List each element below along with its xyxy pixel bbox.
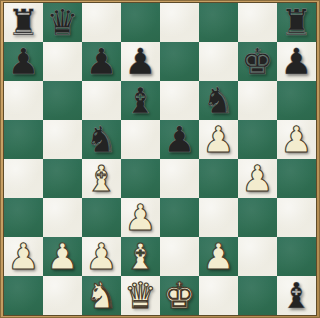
square-g4[interactable]: ♟ [238,159,277,198]
square-e4[interactable] [160,159,199,198]
piece-black-pawn: ♟ [85,42,117,81]
square-c3[interactable] [82,198,121,237]
piece-black-queen: ♛ [46,3,78,42]
square-d6[interactable]: ♝ [121,81,160,120]
square-f3[interactable] [199,198,238,237]
piece-black-bishop: ♝ [124,81,156,120]
square-b5[interactable] [43,120,82,159]
square-d4[interactable] [121,159,160,198]
chess-board: ♜♛♜♟♟♟♚♟♝♞♞♟♟♟♝♟♟♟♟♟♝♟♞♛♚♝ [4,3,316,315]
piece-black-rook: ♜ [280,3,312,42]
piece-black-pawn: ♟ [280,42,312,81]
square-c5[interactable]: ♞ [82,120,121,159]
square-a1[interactable] [4,276,43,315]
piece-black-pawn: ♟ [163,120,195,159]
square-b6[interactable] [43,81,82,120]
square-f1[interactable] [199,276,238,315]
square-d7[interactable]: ♟ [121,42,160,81]
square-f7[interactable] [199,42,238,81]
square-a8[interactable]: ♜ [4,3,43,42]
square-h3[interactable] [277,198,316,237]
square-g6[interactable] [238,81,277,120]
square-a7[interactable]: ♟ [4,42,43,81]
piece-white-pawn: ♟ [280,120,312,159]
piece-white-queen: ♛ [124,276,156,315]
square-g3[interactable] [238,198,277,237]
square-e3[interactable] [160,198,199,237]
square-c2[interactable]: ♟ [82,237,121,276]
piece-black-knight: ♞ [85,120,117,159]
piece-white-pawn: ♟ [46,237,78,276]
square-c4[interactable]: ♝ [82,159,121,198]
square-e7[interactable] [160,42,199,81]
square-c1[interactable]: ♞ [82,276,121,315]
piece-white-pawn: ♟ [202,237,234,276]
square-d8[interactable] [121,3,160,42]
square-d1[interactable]: ♛ [121,276,160,315]
square-b2[interactable]: ♟ [43,237,82,276]
square-g2[interactable] [238,237,277,276]
square-d5[interactable] [121,120,160,159]
square-e2[interactable] [160,237,199,276]
square-d3[interactable]: ♟ [121,198,160,237]
piece-black-pawn: ♟ [124,42,156,81]
square-b4[interactable] [43,159,82,198]
square-a3[interactable] [4,198,43,237]
square-b3[interactable] [43,198,82,237]
square-c7[interactable]: ♟ [82,42,121,81]
square-g7[interactable]: ♚ [238,42,277,81]
square-f2[interactable]: ♟ [199,237,238,276]
piece-white-pawn: ♟ [7,237,39,276]
piece-black-pawn: ♟ [7,42,39,81]
piece-white-pawn: ♟ [202,120,234,159]
square-f6[interactable]: ♞ [199,81,238,120]
square-f8[interactable] [199,3,238,42]
square-h1[interactable]: ♝ [277,276,316,315]
piece-black-knight: ♞ [202,81,234,120]
square-h5[interactable]: ♟ [277,120,316,159]
square-b1[interactable] [43,276,82,315]
square-c6[interactable] [82,81,121,120]
square-c8[interactable] [82,3,121,42]
square-a2[interactable]: ♟ [4,237,43,276]
square-a4[interactable] [4,159,43,198]
square-h2[interactable] [277,237,316,276]
square-h8[interactable]: ♜ [277,3,316,42]
square-h7[interactable]: ♟ [277,42,316,81]
square-e8[interactable] [160,3,199,42]
square-g5[interactable] [238,120,277,159]
piece-black-bishop: ♝ [280,276,312,315]
square-b8[interactable]: ♛ [43,3,82,42]
piece-black-rook: ♜ [7,3,39,42]
piece-white-king: ♚ [163,276,195,315]
square-h6[interactable] [277,81,316,120]
square-g8[interactable] [238,3,277,42]
square-a5[interactable] [4,120,43,159]
piece-white-pawn: ♟ [124,198,156,237]
piece-white-bishop: ♝ [124,237,156,276]
square-f5[interactable]: ♟ [199,120,238,159]
square-e6[interactable] [160,81,199,120]
square-g1[interactable] [238,276,277,315]
piece-black-king: ♚ [241,42,273,81]
piece-white-knight: ♞ [85,276,117,315]
square-b7[interactable] [43,42,82,81]
piece-white-pawn: ♟ [85,237,117,276]
square-d2[interactable]: ♝ [121,237,160,276]
square-e5[interactable]: ♟ [160,120,199,159]
piece-white-bishop: ♝ [85,159,117,198]
piece-white-pawn: ♟ [241,159,273,198]
square-h4[interactable] [277,159,316,198]
square-a6[interactable] [4,81,43,120]
square-f4[interactable] [199,159,238,198]
chess-board-frame: ♜♛♜♟♟♟♚♟♝♞♞♟♟♟♝♟♟♟♟♟♝♟♞♛♚♝ [0,0,320,318]
square-e1[interactable]: ♚ [160,276,199,315]
